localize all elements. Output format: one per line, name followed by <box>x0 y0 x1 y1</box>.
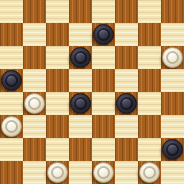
light-square-r2c4 <box>92 46 115 69</box>
light-square-r7c1 <box>23 161 46 184</box>
dark-square-r2c7[interactable] <box>161 46 184 69</box>
light-square-r5c1 <box>23 115 46 138</box>
black-man-piece[interactable] <box>70 93 91 114</box>
light-square-r7c3 <box>69 161 92 184</box>
light-square-r2c2 <box>46 46 69 69</box>
light-square-r3c5 <box>115 69 138 92</box>
checkers-board <box>0 0 184 184</box>
light-square-r5c3 <box>69 115 92 138</box>
dark-square-r0c1[interactable] <box>23 0 46 23</box>
light-square-r6c6 <box>138 138 161 161</box>
dark-square-r1c4[interactable] <box>92 23 115 46</box>
dark-square-r5c6[interactable] <box>138 115 161 138</box>
light-square-r4c6 <box>138 92 161 115</box>
white-man-piece[interactable] <box>1 116 22 137</box>
light-square-r6c2 <box>46 138 69 161</box>
dark-square-r1c2[interactable] <box>46 23 69 46</box>
white-man-piece[interactable] <box>139 162 160 183</box>
light-square-r3c3 <box>69 69 92 92</box>
dark-square-r2c5[interactable] <box>115 46 138 69</box>
dark-square-r3c0[interactable] <box>0 69 23 92</box>
dark-square-r1c0[interactable] <box>0 23 23 46</box>
light-square-r1c3 <box>69 23 92 46</box>
dark-square-r6c3[interactable] <box>69 138 92 161</box>
dark-square-r0c5[interactable] <box>115 0 138 23</box>
dark-square-r2c3[interactable] <box>69 46 92 69</box>
white-man-piece[interactable] <box>93 162 114 183</box>
light-square-r3c7 <box>161 69 184 92</box>
dark-square-r4c5[interactable] <box>115 92 138 115</box>
light-square-r2c0 <box>0 46 23 69</box>
white-man-piece[interactable] <box>162 47 183 68</box>
dark-square-r4c1[interactable] <box>23 92 46 115</box>
black-man-piece[interactable] <box>116 93 137 114</box>
light-square-r3c1 <box>23 69 46 92</box>
dark-square-r6c7[interactable] <box>161 138 184 161</box>
light-square-r0c2 <box>46 0 69 23</box>
light-square-r6c4 <box>92 138 115 161</box>
dark-square-r0c7[interactable] <box>161 0 184 23</box>
light-square-r1c7 <box>161 23 184 46</box>
white-man-piece[interactable] <box>47 162 68 183</box>
dark-square-r7c0[interactable] <box>0 161 23 184</box>
light-square-r1c5 <box>115 23 138 46</box>
dark-square-r5c2[interactable] <box>46 115 69 138</box>
light-square-r6c0 <box>0 138 23 161</box>
dark-square-r5c4[interactable] <box>92 115 115 138</box>
black-man-piece[interactable] <box>70 47 91 68</box>
light-square-r4c0 <box>0 92 23 115</box>
white-man-piece[interactable] <box>24 93 45 114</box>
light-square-r0c0 <box>0 0 23 23</box>
dark-square-r4c7[interactable] <box>161 92 184 115</box>
light-square-r7c7 <box>161 161 184 184</box>
dark-square-r3c2[interactable] <box>46 69 69 92</box>
dark-square-r3c6[interactable] <box>138 69 161 92</box>
black-man-piece[interactable] <box>93 24 114 45</box>
light-square-r4c2 <box>46 92 69 115</box>
light-square-r7c5 <box>115 161 138 184</box>
dark-square-r7c4[interactable] <box>92 161 115 184</box>
light-square-r5c7 <box>161 115 184 138</box>
light-square-r1c1 <box>23 23 46 46</box>
light-square-r4c4 <box>92 92 115 115</box>
dark-square-r2c1[interactable] <box>23 46 46 69</box>
dark-square-r5c0[interactable] <box>0 115 23 138</box>
black-man-piece[interactable] <box>162 139 183 160</box>
black-man-piece[interactable] <box>1 70 22 91</box>
dark-square-r6c5[interactable] <box>115 138 138 161</box>
dark-square-r7c2[interactable] <box>46 161 69 184</box>
light-square-r5c5 <box>115 115 138 138</box>
dark-square-r6c1[interactable] <box>23 138 46 161</box>
light-square-r0c6 <box>138 0 161 23</box>
dark-square-r3c4[interactable] <box>92 69 115 92</box>
dark-square-r7c6[interactable] <box>138 161 161 184</box>
dark-square-r1c6[interactable] <box>138 23 161 46</box>
light-square-r2c6 <box>138 46 161 69</box>
dark-square-r0c3[interactable] <box>69 0 92 23</box>
dark-square-r4c3[interactable] <box>69 92 92 115</box>
light-square-r0c4 <box>92 0 115 23</box>
